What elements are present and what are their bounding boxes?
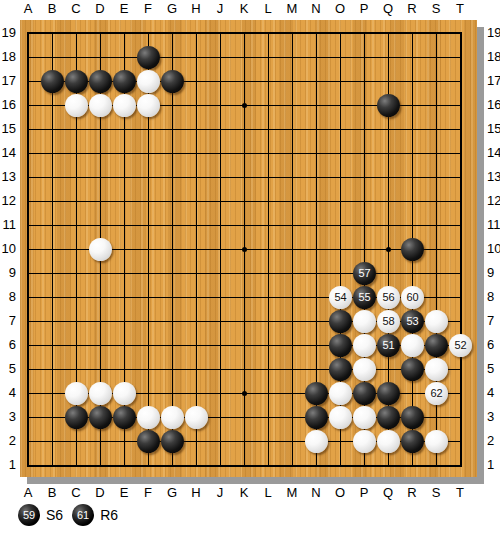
- column-label-top-C: C: [64, 1, 88, 17]
- white-stone-O8[interactable]: 54: [329, 286, 352, 309]
- white-stone-P5[interactable]: [353, 358, 376, 381]
- column-label-bottom-G: G: [160, 485, 184, 501]
- white-stone-O3[interactable]: [329, 406, 352, 429]
- white-stone-S7[interactable]: [425, 310, 448, 333]
- column-label-bottom-K: K: [232, 485, 256, 501]
- column-label-bottom-T: T: [448, 485, 472, 501]
- column-label-bottom-Q: Q: [376, 485, 400, 501]
- white-stone-D10[interactable]: [89, 238, 112, 261]
- white-stone-G3[interactable]: [161, 406, 184, 429]
- move-number-54: 54: [329, 286, 352, 309]
- move-number-58: 58: [377, 310, 400, 333]
- white-stone-T6[interactable]: 52: [449, 334, 472, 357]
- black-stone-B17[interactable]: [41, 70, 64, 93]
- black-stone-O7[interactable]: [329, 310, 352, 333]
- row-label-left-17: 17: [0, 73, 16, 89]
- column-label-top-H: H: [184, 1, 208, 17]
- column-label-bottom-R: R: [400, 485, 424, 501]
- row-label-left-19: 19: [0, 25, 16, 41]
- row-label-left-6: 6: [0, 337, 16, 353]
- row-label-left-15: 15: [0, 121, 16, 137]
- hoshi-K4: [242, 391, 247, 396]
- row-label-right-18: 18: [487, 49, 500, 65]
- move-number-62: 62: [425, 382, 448, 405]
- black-stone-O6[interactable]: [329, 334, 352, 357]
- white-stone-S2[interactable]: [425, 430, 448, 453]
- move-number-52: 52: [449, 334, 472, 357]
- white-stone-F17[interactable]: [137, 70, 160, 93]
- board-grid[interactable]: 57545556605853515262: [28, 33, 461, 466]
- column-label-top-R: R: [400, 1, 424, 17]
- row-label-right-5: 5: [487, 361, 500, 377]
- black-stone-R2[interactable]: [401, 430, 424, 453]
- row-label-left-3: 3: [0, 409, 16, 425]
- row-label-left-10: 10: [0, 241, 16, 257]
- white-stone-O4[interactable]: [329, 382, 352, 405]
- black-stone-E17[interactable]: [113, 70, 136, 93]
- row-label-right-10: 10: [487, 241, 500, 257]
- row-label-left-8: 8: [0, 289, 16, 305]
- move-number-53: 53: [401, 310, 424, 333]
- column-label-top-Q: Q: [376, 1, 400, 17]
- column-label-bottom-A: A: [16, 485, 40, 501]
- white-stone-R8[interactable]: 60: [401, 286, 424, 309]
- row-label-right-7: 7: [487, 313, 500, 329]
- row-label-left-12: 12: [0, 193, 16, 209]
- row-label-left-2: 2: [0, 433, 16, 449]
- column-label-top-M: M: [280, 1, 304, 17]
- black-stone-F18[interactable]: [137, 46, 160, 69]
- row-label-right-13: 13: [487, 169, 500, 185]
- row-label-left-5: 5: [0, 361, 16, 377]
- row-label-left-4: 4: [0, 385, 16, 401]
- black-stone-Q16[interactable]: [377, 94, 400, 117]
- column-label-top-K: K: [232, 1, 256, 17]
- column-label-bottom-P: P: [352, 485, 376, 501]
- move-number-60: 60: [401, 286, 424, 309]
- go-board[interactable]: 57545556605853515262: [20, 20, 477, 477]
- caption-point-61: R6: [100, 507, 118, 523]
- row-label-left-16: 16: [0, 97, 16, 113]
- black-stone-R10[interactable]: [401, 238, 424, 261]
- white-stone-P3[interactable]: [353, 406, 376, 429]
- black-stone-D17[interactable]: [89, 70, 112, 93]
- white-stone-C4[interactable]: [65, 382, 88, 405]
- black-stone-P4[interactable]: [353, 382, 376, 405]
- column-label-bottom-D: D: [88, 485, 112, 501]
- black-stone-R5[interactable]: [401, 358, 424, 381]
- black-stone-G2[interactable]: [161, 430, 184, 453]
- white-stone-E16[interactable]: [113, 94, 136, 117]
- row-label-right-15: 15: [487, 121, 500, 137]
- white-stone-Q8[interactable]: 56: [377, 286, 400, 309]
- column-label-top-F: F: [136, 1, 160, 17]
- white-stone-N2[interactable]: [305, 430, 328, 453]
- row-label-right-16: 16: [487, 97, 500, 113]
- row-label-left-13: 13: [0, 169, 16, 185]
- black-stone-P9[interactable]: 57: [353, 262, 376, 285]
- black-stone-D3[interactable]: [89, 406, 112, 429]
- black-stone-P8[interactable]: 55: [353, 286, 376, 309]
- black-stone-N4[interactable]: [305, 382, 328, 405]
- column-label-bottom-O: O: [328, 485, 352, 501]
- column-label-top-A: A: [16, 1, 40, 17]
- row-label-right-1: 1: [487, 457, 500, 473]
- caption-stone-59: 59: [18, 504, 40, 526]
- column-label-top-E: E: [112, 1, 136, 17]
- row-label-left-7: 7: [0, 313, 16, 329]
- column-label-bottom-H: H: [184, 485, 208, 501]
- row-label-left-11: 11: [0, 217, 16, 233]
- black-stone-Q6[interactable]: 51: [377, 334, 400, 357]
- row-label-right-12: 12: [487, 193, 500, 209]
- row-label-right-3: 3: [487, 409, 500, 425]
- white-stone-D16[interactable]: [89, 94, 112, 117]
- white-stone-F3[interactable]: [137, 406, 160, 429]
- black-stone-N3[interactable]: [305, 406, 328, 429]
- white-stone-Q7[interactable]: 58: [377, 310, 400, 333]
- row-label-right-2: 2: [487, 433, 500, 449]
- column-label-top-O: O: [328, 1, 352, 17]
- column-label-bottom-B: B: [40, 485, 64, 501]
- black-stone-R3[interactable]: [401, 406, 424, 429]
- black-stone-F2[interactable]: [137, 430, 160, 453]
- column-label-bottom-L: L: [256, 485, 280, 501]
- column-label-bottom-E: E: [112, 485, 136, 501]
- white-stone-P2[interactable]: [353, 430, 376, 453]
- column-label-top-D: D: [88, 1, 112, 17]
- column-label-top-S: S: [424, 1, 448, 17]
- black-stone-C17[interactable]: [65, 70, 88, 93]
- row-label-right-17: 17: [487, 73, 500, 89]
- white-stone-S5[interactable]: [425, 358, 448, 381]
- move-caption: 59 S6 61 R6: [18, 503, 127, 527]
- row-label-right-8: 8: [487, 289, 500, 305]
- black-stone-S6[interactable]: [425, 334, 448, 357]
- black-stone-Q4[interactable]: [377, 382, 400, 405]
- white-stone-Q2[interactable]: [377, 430, 400, 453]
- column-label-top-G: G: [160, 1, 184, 17]
- column-label-top-P: P: [352, 1, 376, 17]
- column-label-top-L: L: [256, 1, 280, 17]
- row-label-right-14: 14: [487, 145, 500, 161]
- white-stone-P7[interactable]: [353, 310, 376, 333]
- column-label-bottom-C: C: [64, 485, 88, 501]
- column-label-bottom-N: N: [304, 485, 328, 501]
- column-label-bottom-S: S: [424, 485, 448, 501]
- row-label-right-19: 19: [487, 25, 500, 41]
- column-label-top-B: B: [40, 1, 64, 17]
- row-label-left-14: 14: [0, 145, 16, 161]
- row-label-right-9: 9: [487, 265, 500, 281]
- column-label-bottom-J: J: [208, 485, 232, 501]
- row-label-left-18: 18: [0, 49, 16, 65]
- move-number-56: 56: [377, 286, 400, 309]
- hoshi-Q10: [386, 247, 391, 252]
- black-stone-O5[interactable]: [329, 358, 352, 381]
- white-stone-C16[interactable]: [65, 94, 88, 117]
- move-number-51: 51: [377, 334, 400, 357]
- row-label-right-6: 6: [487, 337, 500, 353]
- row-label-right-4: 4: [487, 385, 500, 401]
- hoshi-K16: [242, 103, 247, 108]
- column-label-bottom-M: M: [280, 485, 304, 501]
- white-stone-S4[interactable]: 62: [425, 382, 448, 405]
- white-stone-R6[interactable]: [401, 334, 424, 357]
- move-number-55: 55: [353, 286, 376, 309]
- black-stone-R7[interactable]: 53: [401, 310, 424, 333]
- caption-point-59: S6: [46, 507, 63, 523]
- white-stone-D4[interactable]: [89, 382, 112, 405]
- column-label-top-N: N: [304, 1, 328, 17]
- white-stone-P6[interactable]: [353, 334, 376, 357]
- column-label-bottom-F: F: [136, 485, 160, 501]
- row-label-left-9: 9: [0, 265, 16, 281]
- column-label-top-J: J: [208, 1, 232, 17]
- black-stone-Q3[interactable]: [377, 406, 400, 429]
- row-label-right-11: 11: [487, 217, 500, 233]
- black-stone-C3[interactable]: [65, 406, 88, 429]
- black-stone-G17[interactable]: [161, 70, 184, 93]
- move-number-57: 57: [353, 262, 376, 285]
- white-stone-E4[interactable]: [113, 382, 136, 405]
- white-stone-F16[interactable]: [137, 94, 160, 117]
- white-stone-H3[interactable]: [185, 406, 208, 429]
- black-stone-E3[interactable]: [113, 406, 136, 429]
- row-label-left-1: 1: [0, 457, 16, 473]
- column-label-top-T: T: [448, 1, 472, 17]
- caption-stone-61: 61: [72, 504, 94, 526]
- hoshi-K10: [242, 247, 247, 252]
- go-diagram: ABCDEFGHJKLMNOPQRST ABCDEFGHJKLMNOPQRST …: [0, 0, 500, 537]
